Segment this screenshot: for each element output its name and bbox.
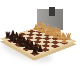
piece-black-rook: ♜ xyxy=(31,45,40,55)
chess-set-photo[interactable]: ♜♟♟♜♞♟♟♞♝♟♟♝♛♟♟♛♚♟♟♚♝♟♟♝♞♟♟♞♜♟♟♜ xyxy=(0,0,80,80)
piece-white-pawn: ♟ xyxy=(61,36,68,44)
pieces-layer: ♜♟♟♜♞♟♟♞♝♟♟♝♛♟♟♛♚♟♟♚♝♟♟♝♞♟♟♞♜♟♟♜ xyxy=(0,0,80,80)
